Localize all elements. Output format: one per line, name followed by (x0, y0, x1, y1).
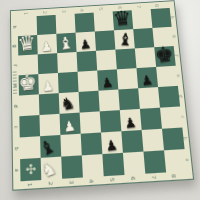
black-pawn-icon: ♟ (124, 115, 138, 130)
square-f2 (38, 53, 58, 74)
square-c6: ♟ (120, 109, 142, 131)
square-c1 (19, 115, 40, 137)
square-h7 (132, 9, 153, 29)
square-a8 (164, 149, 187, 172)
square-e8 (156, 66, 178, 87)
square-d6 (118, 88, 140, 110)
black-bishop-icon: ♝ (118, 31, 133, 48)
square-c5 (100, 110, 122, 132)
square-e7: ♟ (136, 67, 158, 88)
square-a5 (102, 153, 124, 176)
square-f6 (115, 48, 136, 69)
square-d8 (158, 86, 180, 108)
white-knight-icon: ♞ (39, 159, 59, 181)
white-bishop-icon: ♝ (57, 34, 74, 52)
square-d2 (39, 93, 60, 115)
square-g7 (133, 28, 154, 48)
black-pawn-icon: ♟ (105, 138, 119, 154)
square-g4: ♟ (76, 31, 96, 51)
black-knight-icon: ♞ (59, 94, 77, 114)
square-g5 (95, 30, 116, 50)
black-queen-icon: ♛ (112, 8, 132, 30)
square-h4 (75, 13, 95, 33)
square-f3 (57, 52, 77, 73)
square-d4 (79, 91, 100, 113)
white-queen-icon: ♛ (17, 33, 37, 56)
square-b6 (121, 130, 143, 153)
square-h2 (37, 15, 57, 35)
square-a6 (123, 152, 145, 175)
white-pawn-icon: ♟ (42, 79, 55, 94)
square-g6: ♝ (114, 29, 135, 49)
black-pawn-icon: ♟ (101, 75, 114, 90)
square-e1: ♚ (19, 74, 39, 95)
board-grid: ♛♛♟♝♟♝♚♚♟♟♟♞♟♟♝♟✣♞ (18, 8, 187, 181)
square-f4 (77, 51, 98, 72)
square-c3: ♟ (60, 113, 81, 135)
square-b4 (81, 132, 103, 155)
square-f7 (135, 47, 156, 68)
square-h5 (94, 11, 114, 31)
square-e3 (58, 72, 79, 93)
square-e4 (78, 71, 99, 92)
square-h3 (56, 14, 76, 34)
black-king-icon: ♚ (153, 44, 175, 67)
square-a4 (82, 154, 104, 177)
square-g1: ♛ (18, 35, 38, 56)
black-pawn-icon: ♟ (140, 73, 153, 88)
square-b8 (162, 128, 185, 151)
square-a7 (143, 150, 166, 173)
square-f8: ♚ (154, 46, 176, 67)
square-c8 (160, 106, 182, 128)
square-d5 (98, 89, 119, 111)
square-d3: ♞ (59, 92, 80, 114)
square-b3 (60, 134, 81, 157)
square-g2: ♟ (37, 34, 57, 55)
square-a3 (61, 155, 83, 178)
square-f5 (96, 50, 117, 71)
square-b2: ♝ (40, 135, 61, 158)
table-surface: 12345678 12345678 hgfedcba hgfedcba ♛♛♟♝… (0, 0, 200, 200)
square-c7 (140, 108, 162, 130)
chess-board: 12345678 12345678 hgfedcba hgfedcba ♛♛♟♝… (10, 0, 194, 191)
white-pawn-icon: ♟ (40, 39, 53, 53)
square-e2: ♟ (38, 73, 58, 94)
square-d7 (138, 87, 160, 109)
square-d1 (19, 94, 39, 116)
square-b5: ♟ (101, 131, 123, 154)
square-c4 (80, 111, 101, 133)
square-e6 (117, 68, 138, 89)
black-pawn-icon: ♟ (79, 37, 92, 51)
white-king-icon: ♚ (18, 72, 39, 96)
square-e5: ♟ (97, 69, 118, 90)
square-a2: ♞ (41, 157, 62, 180)
board-border: 12345678 12345678 hgfedcba hgfedcba ♛♛♟♝… (10, 0, 194, 191)
square-h6: ♛ (113, 10, 134, 30)
square-h8 (151, 8, 172, 28)
square-b7 (142, 129, 164, 152)
square-g3: ♝ (56, 33, 76, 54)
square-c2 (39, 114, 60, 136)
white-pawn-icon: ♟ (63, 119, 77, 135)
